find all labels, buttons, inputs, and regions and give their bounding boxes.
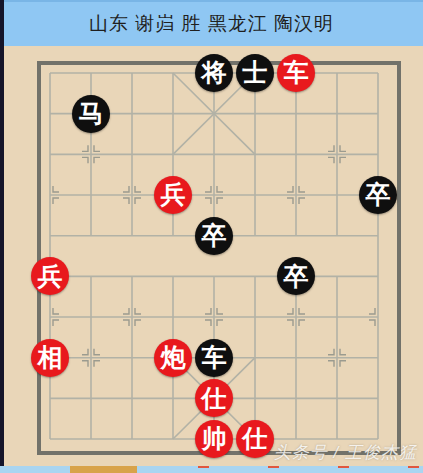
piece-black-soldier[interactable]: 卒 xyxy=(195,217,233,255)
piece-black-soldier[interactable]: 卒 xyxy=(277,257,315,295)
bottom-bar-segment xyxy=(70,466,137,473)
bottom-bar-tick xyxy=(338,466,349,468)
piece-red-advisor[interactable]: 仕 xyxy=(236,420,274,458)
piece-red-advisor[interactable]: 仕 xyxy=(195,379,233,417)
piece-red-cannon[interactable]: 炮 xyxy=(154,339,192,377)
piece-red-chariot[interactable]: 车 xyxy=(277,54,315,92)
piece-black-advisor[interactable]: 士 xyxy=(236,54,274,92)
piece-red-soldier[interactable]: 兵 xyxy=(154,176,192,214)
piece-black-soldier[interactable]: 卒 xyxy=(359,176,397,214)
watermark: 头条号 / 王俊杰猛 xyxy=(274,441,417,464)
piece-red-soldier[interactable]: 兵 xyxy=(31,257,69,295)
piece-black-general[interactable]: 将 xyxy=(195,54,233,92)
left-edge-strip xyxy=(0,0,4,466)
xiangqi-board: 将士车马兵卒卒兵卒相炮车仕帅仕 xyxy=(30,53,399,460)
bottom-bar-tick xyxy=(408,466,419,468)
bottom-bar-tick xyxy=(268,466,279,468)
piece-black-chariot[interactable]: 车 xyxy=(195,339,233,377)
piece-red-elephant[interactable]: 相 xyxy=(31,339,69,377)
bottom-bar-tick xyxy=(198,466,209,468)
bottom-bar[interactable] xyxy=(0,466,423,473)
piece-black-horse[interactable]: 马 xyxy=(72,95,110,133)
piece-red-king[interactable]: 帅 xyxy=(195,420,233,458)
